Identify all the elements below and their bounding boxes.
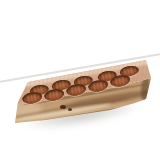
wood-knot	[60, 105, 66, 109]
wood-knot	[68, 108, 72, 111]
product-photo-mancala-board	[0, 0, 160, 160]
